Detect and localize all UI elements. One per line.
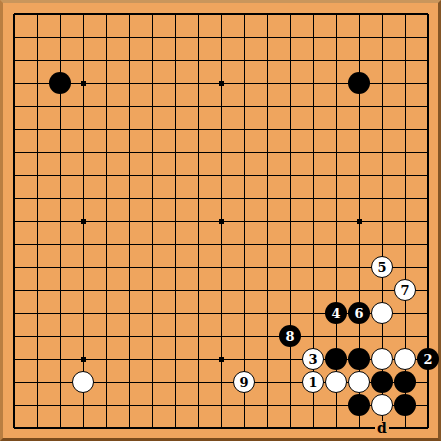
star-point bbox=[357, 219, 362, 224]
star-point bbox=[219, 219, 224, 224]
stone-white-R8: 5 bbox=[371, 256, 393, 278]
stone-white-O3: 1 bbox=[302, 371, 324, 393]
stone-black-Q16 bbox=[348, 72, 370, 94]
stone-white-D3 bbox=[72, 371, 94, 393]
stone-white-R2 bbox=[371, 394, 393, 416]
stone-white-L3: 9 bbox=[233, 371, 255, 393]
stone-black-C16 bbox=[49, 72, 71, 94]
stone-black-R3 bbox=[371, 371, 393, 393]
stone-white-S4 bbox=[394, 348, 416, 370]
stone-white-P3 bbox=[325, 371, 347, 393]
stone-black-P4 bbox=[325, 348, 347, 370]
stone-black-P6: 4 bbox=[325, 302, 347, 324]
points-layer: 574683291d bbox=[3, 3, 440, 440]
point-label-d: d bbox=[375, 421, 389, 435]
star-point bbox=[81, 357, 86, 362]
stone-black-Q6: 6 bbox=[348, 302, 370, 324]
star-point bbox=[81, 219, 86, 224]
stone-white-R6 bbox=[371, 302, 393, 324]
stone-white-S7: 7 bbox=[394, 279, 416, 301]
star-point bbox=[219, 357, 224, 362]
go-board: 574683291d bbox=[0, 0, 441, 441]
stone-black-N5: 8 bbox=[279, 325, 301, 347]
stone-white-Q3 bbox=[348, 371, 370, 393]
stone-black-Q4 bbox=[348, 348, 370, 370]
stone-black-T4: 2 bbox=[417, 348, 439, 370]
stone-black-S3 bbox=[394, 371, 416, 393]
stone-white-O4: 3 bbox=[302, 348, 324, 370]
star-point bbox=[81, 81, 86, 86]
stone-white-R4 bbox=[371, 348, 393, 370]
stone-black-S2 bbox=[394, 394, 416, 416]
star-point bbox=[219, 81, 224, 86]
stone-black-Q2 bbox=[348, 394, 370, 416]
